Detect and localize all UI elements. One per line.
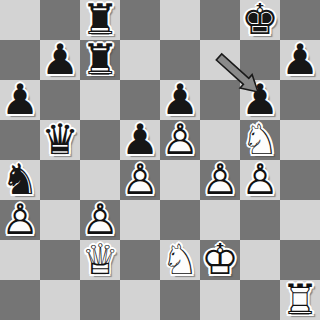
square-a5[interactable] [0,120,40,160]
piece-black-pawn-h7: ♟ [280,40,320,80]
piece-white-knight-e2: ♞♘ [160,240,200,280]
square-d8[interactable] [120,0,160,40]
square-h2[interactable] [280,240,320,280]
square-c5[interactable] [80,120,120,160]
square-h1[interactable]: ♜♖ [280,280,320,320]
square-f1[interactable] [200,280,240,320]
piece-white-pawn-d4: ♟♙ [120,160,160,200]
square-a6[interactable]: ♟ [0,80,40,120]
square-d2[interactable] [120,240,160,280]
piece-white-pawn-a3: ♟♙ [0,200,40,240]
knight-outline: ♘ [160,240,200,280]
square-a1[interactable] [0,280,40,320]
piece-black-queen-b5: ♛ [40,120,80,160]
piece-white-king-f2: ♚♔ [200,240,240,280]
square-e2[interactable]: ♞♘ [160,240,200,280]
square-b4[interactable] [40,160,80,200]
square-e6[interactable]: ♟ [160,80,200,120]
square-b7[interactable]: ♟ [40,40,80,80]
pawn-outline: ♙ [120,160,160,200]
square-c6[interactable] [80,80,120,120]
square-h8[interactable] [280,0,320,40]
piece-black-pawn-d5: ♟ [120,120,160,160]
piece-black-pawn-a6: ♟ [0,80,40,120]
piece-white-knight-g5: ♞♘ [240,120,280,160]
king-outline: ♔ [200,240,240,280]
pawn-outline: ♙ [240,160,280,200]
piece-black-pawn-e6: ♟ [160,80,200,120]
square-h3[interactable] [280,200,320,240]
piece-white-pawn-e5: ♟♙ [160,120,200,160]
square-b2[interactable] [40,240,80,280]
square-h5[interactable] [280,120,320,160]
pawn-outline: ♙ [0,200,40,240]
square-b3[interactable] [40,200,80,240]
square-b8[interactable] [40,0,80,40]
pawn-outline: ♙ [160,120,200,160]
queen-outline: ♕ [80,240,120,280]
square-c1[interactable] [80,280,120,320]
square-g4[interactable]: ♟♙ [240,160,280,200]
square-g8[interactable]: ♚ [240,0,280,40]
square-a7[interactable] [0,40,40,80]
piece-white-pawn-c3: ♟♙ [80,200,120,240]
piece-white-queen-c2: ♛♕ [80,240,120,280]
piece-white-pawn-f4: ♟♙ [200,160,240,200]
square-g1[interactable] [240,280,280,320]
rook-outline: ♖ [280,280,320,320]
square-c3[interactable]: ♟♙ [80,200,120,240]
square-f5[interactable] [200,120,240,160]
square-e1[interactable] [160,280,200,320]
pawn-outline: ♙ [200,160,240,200]
piece-white-pawn-g4: ♟♙ [240,160,280,200]
square-d3[interactable] [120,200,160,240]
piece-black-knight-a4: ♞ [0,160,40,200]
square-f3[interactable] [200,200,240,240]
piece-black-pawn-b7: ♟ [40,40,80,80]
square-a4[interactable]: ♞ [0,160,40,200]
piece-black-rook-c7: ♜ [80,40,120,80]
square-h6[interactable] [280,80,320,120]
knight-outline: ♘ [240,120,280,160]
square-d1[interactable] [120,280,160,320]
square-e7[interactable] [160,40,200,80]
piece-white-rook-h1: ♜♖ [280,280,320,320]
square-c7[interactable]: ♜ [80,40,120,80]
square-a8[interactable] [0,0,40,40]
square-d7[interactable] [120,40,160,80]
square-e8[interactable] [160,0,200,40]
square-h7[interactable]: ♟ [280,40,320,80]
square-c2[interactable]: ♛♕ [80,240,120,280]
square-g7[interactable] [240,40,280,80]
square-g2[interactable] [240,240,280,280]
square-h4[interactable] [280,160,320,200]
chess-board: ♜♚♟♜♟♟♟♟♛♟♟♙♞♘♞♟♙♟♙♟♙♟♙♟♙♛♕♞♘♚♔♜♖ [0,0,320,320]
square-d5[interactable]: ♟ [120,120,160,160]
square-g5[interactable]: ♞♘ [240,120,280,160]
square-e4[interactable] [160,160,200,200]
square-d4[interactable]: ♟♙ [120,160,160,200]
square-b1[interactable] [40,280,80,320]
square-c8[interactable]: ♜ [80,0,120,40]
square-g3[interactable] [240,200,280,240]
square-a2[interactable] [0,240,40,280]
square-g6[interactable]: ♟ [240,80,280,120]
square-c4[interactable] [80,160,120,200]
square-f2[interactable]: ♚♔ [200,240,240,280]
piece-black-king-g8: ♚ [240,0,280,40]
square-b6[interactable] [40,80,80,120]
chess-diagram: ♜♚♟♜♟♟♟♟♛♟♟♙♞♘♞♟♙♟♙♟♙♟♙♟♙♛♕♞♘♚♔♜♖ [0,0,320,320]
square-f7[interactable] [200,40,240,80]
piece-black-rook-c8: ♜ [80,0,120,40]
square-d6[interactable] [120,80,160,120]
square-a3[interactable]: ♟♙ [0,200,40,240]
pawn-outline: ♙ [80,200,120,240]
square-e3[interactable] [160,200,200,240]
square-f6[interactable] [200,80,240,120]
square-b5[interactable]: ♛ [40,120,80,160]
square-f8[interactable] [200,0,240,40]
square-e5[interactable]: ♟♙ [160,120,200,160]
square-f4[interactable]: ♟♙ [200,160,240,200]
piece-black-pawn-g6: ♟ [240,80,280,120]
